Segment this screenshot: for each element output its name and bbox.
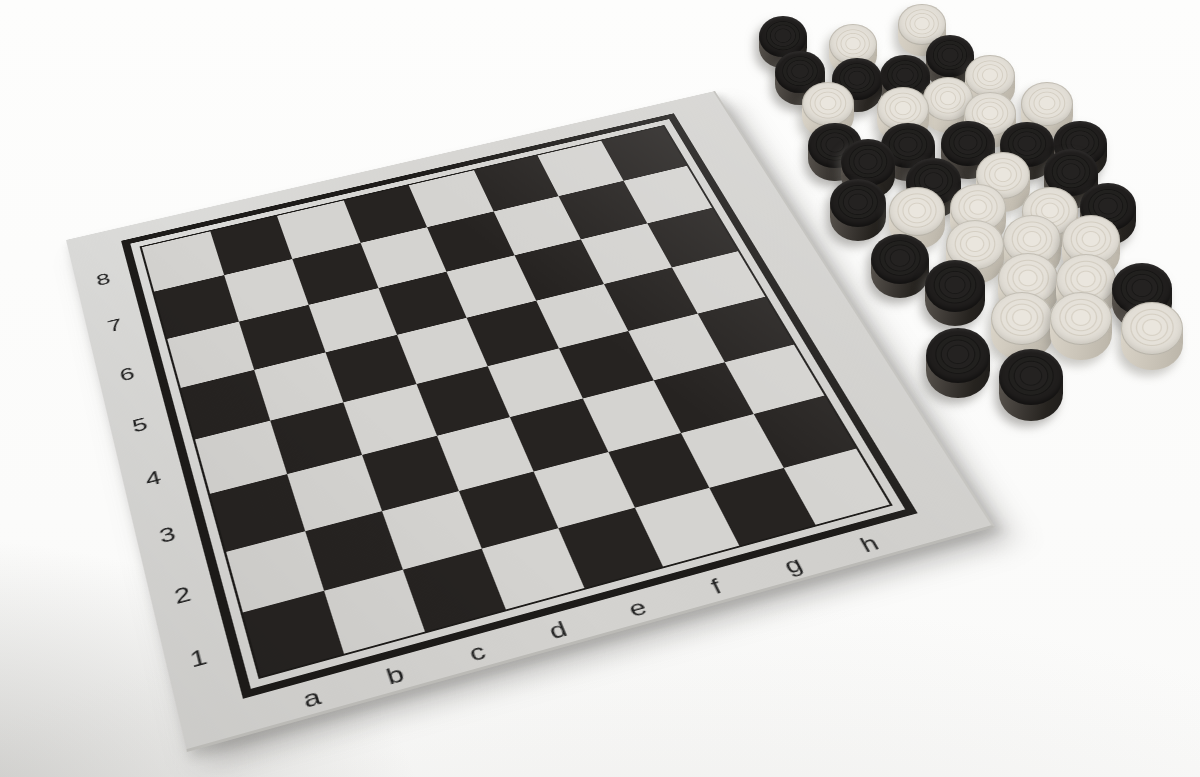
piece-black-20[interactable]	[999, 349, 1064, 420]
rank-label-5: 5	[131, 415, 150, 436]
board-frame	[121, 113, 918, 699]
rank-label-6: 6	[118, 364, 136, 384]
rank-label-3: 3	[158, 524, 178, 547]
file-label-b: b	[384, 662, 407, 688]
piece-black-13[interactable]	[830, 179, 886, 241]
file-label-f: f	[707, 576, 725, 598]
file-label-e: e	[625, 596, 650, 621]
file-label-h: h	[857, 532, 883, 555]
file-label-g: g	[781, 553, 807, 577]
file-label-d: d	[546, 618, 570, 643]
piece-white-20[interactable]	[1121, 302, 1183, 371]
rank-label-2: 2	[172, 583, 193, 607]
board-inner-line	[140, 125, 893, 679]
piece-black-19[interactable]	[926, 328, 990, 398]
rank-label-8: 8	[95, 271, 112, 289]
piece-black-17[interactable]	[925, 260, 985, 326]
rank-label-1: 1	[188, 646, 209, 671]
rank-label-7: 7	[106, 317, 124, 336]
piece-black-16[interactable]	[871, 234, 930, 299]
board-grid	[142, 126, 890, 676]
rank-label-4: 4	[144, 468, 163, 490]
scene: 87654321abcdefgh	[0, 0, 1200, 777]
file-label-a: a	[301, 685, 324, 711]
file-label-c: c	[466, 640, 488, 665]
